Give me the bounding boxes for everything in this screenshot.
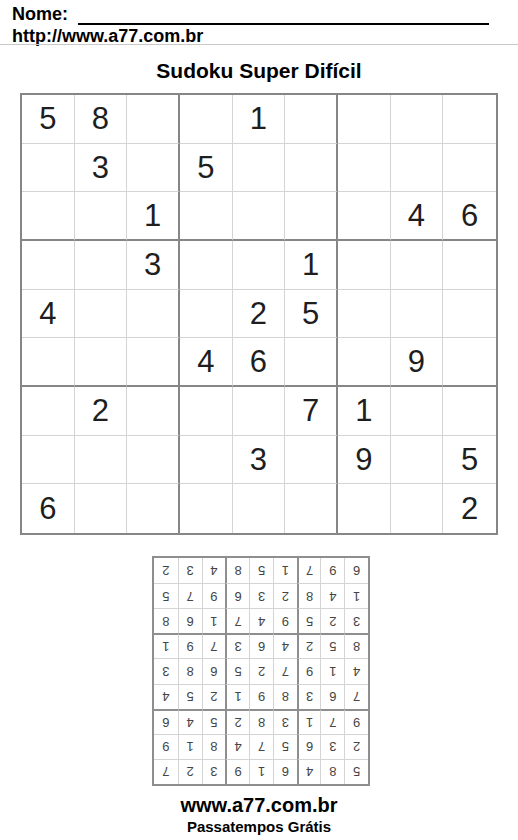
solution-cell-r7c2: 2 <box>320 608 344 633</box>
solution-cell-r7c4: 9 <box>273 608 297 633</box>
solution-cell-r2c5: 7 <box>249 734 273 759</box>
solution-cell-r6c3: 2 <box>297 633 321 658</box>
solution-cell-r2c9: 9 <box>154 734 178 759</box>
puzzle-cell-r5c6[interactable]: 5 <box>285 290 338 339</box>
solution-cell-r7c9: 8 <box>154 608 178 633</box>
puzzle-cell-r1c7[interactable] <box>338 95 391 144</box>
solution-cell-r7c8: 6 <box>178 608 202 633</box>
puzzle-cell-r8c9[interactable]: 5 <box>443 436 496 485</box>
puzzle-cell-r2c1[interactable] <box>22 144 75 193</box>
solution-cell-r3c8: 4 <box>178 709 202 734</box>
puzzle-cell-r9c7[interactable] <box>338 484 391 533</box>
solution-cell-r5c3: 9 <box>297 658 321 683</box>
solution-cell-r3c6: 2 <box>225 709 249 734</box>
solution-cell-r3c3: 1 <box>297 709 321 734</box>
solution-cell-r5c4: 7 <box>273 658 297 683</box>
solution-cell-r2c7: 8 <box>202 734 226 759</box>
puzzle-cell-r4c7[interactable] <box>338 241 391 290</box>
solution-cell-r1c7: 3 <box>202 759 226 784</box>
solution-cell-r2c3: 6 <box>297 734 321 759</box>
solution-cell-r4c2: 6 <box>320 684 344 709</box>
puzzle-cell-r2c3[interactable] <box>127 144 180 193</box>
solution-cell-r6c2: 5 <box>320 633 344 658</box>
solution-cell-r9c5: 5 <box>249 558 273 583</box>
puzzle-cell-r5c5[interactable]: 2 <box>233 290 286 339</box>
solution-cell-r5c5: 2 <box>249 658 273 683</box>
solution-cell-r2c8: 1 <box>178 734 202 759</box>
name-field-row: Nome: <box>12 4 489 25</box>
solution-cell-r9c9: 2 <box>154 558 178 583</box>
puzzle-cell-r4c1[interactable] <box>22 241 75 290</box>
solution-cell-r1c9: 7 <box>154 759 178 784</box>
puzzle-cell-r9c3[interactable] <box>127 484 180 533</box>
solution-cell-r9c6: 8 <box>225 558 249 583</box>
puzzle-cell-r8c2[interactable] <box>75 436 128 485</box>
puzzle-cell-r9c8[interactable] <box>391 484 444 533</box>
puzzle-cell-r6c1[interactable] <box>22 338 75 387</box>
solution-cell-r4c3: 3 <box>297 684 321 709</box>
solution-cell-r5c6: 5 <box>225 658 249 683</box>
solution-cell-r2c1: 2 <box>344 734 368 759</box>
solution-cell-r1c3: 4 <box>297 759 321 784</box>
solution-cell-r7c6: 7 <box>225 608 249 633</box>
solution-cell-r5c2: 1 <box>320 658 344 683</box>
puzzle-cell-r1c4[interactable] <box>180 95 233 144</box>
solution-cell-r4c6: 1 <box>225 684 249 709</box>
solution-cell-r8c1: 1 <box>344 583 368 608</box>
puzzle-cell-r1c1[interactable]: 5 <box>22 95 75 144</box>
puzzle-cell-r5c1[interactable]: 4 <box>22 290 75 339</box>
solution-cell-r8c5: 3 <box>249 583 273 608</box>
puzzle-cell-r4c6[interactable]: 1 <box>285 241 338 290</box>
solution-cell-r1c5: 1 <box>249 759 273 784</box>
solution-cell-r7c7: 1 <box>202 608 226 633</box>
solution-cell-r9c1: 6 <box>344 558 368 583</box>
solution-cell-r8c8: 7 <box>178 583 202 608</box>
puzzle-cell-r9c6[interactable] <box>285 484 338 533</box>
puzzle-cell-r3c6[interactable] <box>285 192 338 241</box>
solution-cell-r8c7: 9 <box>202 583 226 608</box>
puzzle-cell-r7c6[interactable]: 7 <box>285 387 338 436</box>
puzzle-cell-r8c4[interactable] <box>180 436 233 485</box>
puzzle-cell-r2c9[interactable] <box>443 144 496 193</box>
solution-cell-r4c8: 5 <box>178 684 202 709</box>
solution-cell-r1c2: 8 <box>320 759 344 784</box>
puzzle-cell-r1c3[interactable] <box>127 95 180 144</box>
solution-cell-r3c2: 7 <box>320 709 344 734</box>
puzzle-cell-r6c5[interactable]: 6 <box>233 338 286 387</box>
puzzle-cell-r1c5[interactable]: 1 <box>233 95 286 144</box>
puzzle-cell-r7c4[interactable] <box>180 387 233 436</box>
solution-cell-r1c1: 5 <box>344 759 368 784</box>
solution-cell-r2c4: 5 <box>273 734 297 759</box>
solution-cell-r8c9: 5 <box>154 583 178 608</box>
puzzle-cell-r5c4[interactable] <box>180 290 233 339</box>
solution-cell-r5c8: 8 <box>178 658 202 683</box>
puzzle-cell-r7c5[interactable] <box>233 387 286 436</box>
puzzle-cell-r7c8[interactable] <box>391 387 444 436</box>
solution-cell-r3c1: 9 <box>344 709 368 734</box>
puzzle-cell-r7c9[interactable] <box>443 387 496 436</box>
name-blank-line <box>78 8 489 25</box>
puzzle-cell-r9c5[interactable] <box>233 484 286 533</box>
puzzle-cell-r3c8[interactable]: 4 <box>391 192 444 241</box>
solution-cell-r6c5: 6 <box>249 633 273 658</box>
puzzle-cell-r5c2[interactable] <box>75 290 128 339</box>
puzzle-cell-r7c1[interactable] <box>22 387 75 436</box>
puzzle-cell-r8c5[interactable]: 3 <box>233 436 286 485</box>
puzzle-cell-r4c2[interactable] <box>75 241 128 290</box>
puzzle-cell-r4c5[interactable] <box>233 241 286 290</box>
puzzle-cell-r6c7[interactable] <box>338 338 391 387</box>
solution-cell-r2c6: 4 <box>225 734 249 759</box>
solution-cell-r7c3: 5 <box>297 608 321 633</box>
solution-cell-r7c1: 3 <box>344 608 368 633</box>
sudoku-solution-grid-upside-down: 5846193272365748199713825467638912544197… <box>152 556 370 786</box>
puzzle-cell-r4c4[interactable] <box>180 241 233 290</box>
puzzle-cell-r8c6[interactable] <box>285 436 338 485</box>
solution-cell-r4c4: 8 <box>273 684 297 709</box>
puzzle-cell-r8c3[interactable] <box>127 436 180 485</box>
solution-cell-r1c4: 6 <box>273 759 297 784</box>
puzzle-cell-r8c1[interactable] <box>22 436 75 485</box>
solution-cell-r6c6: 3 <box>225 633 249 658</box>
puzzle-cell-r3c3[interactable]: 1 <box>127 192 180 241</box>
puzzle-cell-r3c9[interactable]: 6 <box>443 192 496 241</box>
puzzle-cell-r3c1[interactable] <box>22 192 75 241</box>
puzzle-cell-r3c4[interactable] <box>180 192 233 241</box>
solution-cell-r9c3: 7 <box>297 558 321 583</box>
puzzle-cell-r2c8[interactable] <box>391 144 444 193</box>
name-label: Nome: <box>12 4 68 25</box>
puzzle-cell-r5c9[interactable] <box>443 290 496 339</box>
solution-cell-r9c8: 3 <box>178 558 202 583</box>
puzzle-cell-r8c7[interactable]: 9 <box>338 436 391 485</box>
puzzle-cell-r9c9[interactable]: 2 <box>443 484 496 533</box>
solution-cell-r4c5: 9 <box>249 684 273 709</box>
solution-cell-r6c4: 4 <box>273 633 297 658</box>
solution-cell-r5c7: 6 <box>202 658 226 683</box>
solution-cell-r9c7: 4 <box>202 558 226 583</box>
solution-cell-r5c1: 4 <box>344 658 368 683</box>
page-title: Sudoku Super Difícil <box>0 59 518 83</box>
solution-cell-r6c8: 9 <box>178 633 202 658</box>
puzzle-cell-r1c2[interactable]: 8 <box>75 95 128 144</box>
solution-cell-r4c7: 2 <box>202 684 226 709</box>
puzzle-cell-r4c3[interactable]: 3 <box>127 241 180 290</box>
puzzle-cell-r6c9[interactable] <box>443 338 496 387</box>
solution-cell-r4c9: 4 <box>154 684 178 709</box>
sudoku-puzzle-grid: 581351463142546927139562 <box>20 93 498 535</box>
solution-cell-r8c6: 6 <box>225 583 249 608</box>
puzzle-cell-r7c7[interactable]: 1 <box>338 387 391 436</box>
puzzle-cell-r3c7[interactable] <box>338 192 391 241</box>
puzzle-cell-r8c8[interactable] <box>391 436 444 485</box>
solution-cell-r7c5: 4 <box>249 608 273 633</box>
solution-cell-r6c1: 8 <box>344 633 368 658</box>
solution-cell-r8c2: 4 <box>320 583 344 608</box>
puzzle-cell-r7c2[interactable]: 2 <box>75 387 128 436</box>
footer-tagline-text: Passatempos Grátis <box>0 818 518 835</box>
solution-cell-r5c9: 3 <box>154 658 178 683</box>
solution-cell-r3c4: 3 <box>273 709 297 734</box>
puzzle-cell-r6c3[interactable] <box>127 338 180 387</box>
solution-cell-r6c9: 1 <box>154 633 178 658</box>
puzzle-cell-r6c4[interactable]: 4 <box>180 338 233 387</box>
puzzle-cell-r9c1[interactable]: 6 <box>22 484 75 533</box>
puzzle-cell-r9c4[interactable] <box>180 484 233 533</box>
page: { "game": "sudoku", "position": { "given… <box>0 0 518 840</box>
solution-cell-r9c2: 9 <box>320 558 344 583</box>
solution-cell-r1c8: 2 <box>178 759 202 784</box>
puzzle-cell-r4c8[interactable] <box>391 241 444 290</box>
puzzle-cell-r2c4[interactable]: 5 <box>180 144 233 193</box>
puzzle-cell-r9c2[interactable] <box>75 484 128 533</box>
solution-cell-r3c7: 5 <box>202 709 226 734</box>
puzzle-cell-r6c8[interactable]: 9 <box>391 338 444 387</box>
puzzle-cell-r6c6[interactable] <box>285 338 338 387</box>
puzzle-cell-r1c8[interactable] <box>391 95 444 144</box>
solution-cell-r3c9: 6 <box>154 709 178 734</box>
puzzle-cell-r3c2[interactable] <box>75 192 128 241</box>
solution-cell-r4c1: 7 <box>344 684 368 709</box>
puzzle-cell-r2c5[interactable] <box>233 144 286 193</box>
solution-cell-r6c7: 7 <box>202 633 226 658</box>
puzzle-cell-r3c5[interactable] <box>233 192 286 241</box>
puzzle-cell-r2c2[interactable]: 3 <box>75 144 128 193</box>
puzzle-cell-r1c9[interactable] <box>443 95 496 144</box>
puzzle-cell-r6c2[interactable] <box>75 338 128 387</box>
puzzle-cell-r5c8[interactable] <box>391 290 444 339</box>
puzzle-cell-r4c9[interactable] <box>443 241 496 290</box>
solution-cell-r1c6: 9 <box>225 759 249 784</box>
header-divider <box>0 44 518 45</box>
puzzle-cell-r2c6[interactable] <box>285 144 338 193</box>
solution-cell-r8c3: 8 <box>297 583 321 608</box>
puzzle-cell-r5c3[interactable] <box>127 290 180 339</box>
solution-cell-r9c4: 1 <box>273 558 297 583</box>
puzzle-cell-r5c7[interactable] <box>338 290 391 339</box>
solution-cell-r8c4: 2 <box>273 583 297 608</box>
puzzle-cell-r1c6[interactable] <box>285 95 338 144</box>
puzzle-cell-r7c3[interactable] <box>127 387 180 436</box>
solution-cell-r2c2: 3 <box>320 734 344 759</box>
puzzle-cell-r2c7[interactable] <box>338 144 391 193</box>
footer-site-text: www.a77.com.br <box>0 794 518 817</box>
solution-cell-r3c5: 8 <box>249 709 273 734</box>
